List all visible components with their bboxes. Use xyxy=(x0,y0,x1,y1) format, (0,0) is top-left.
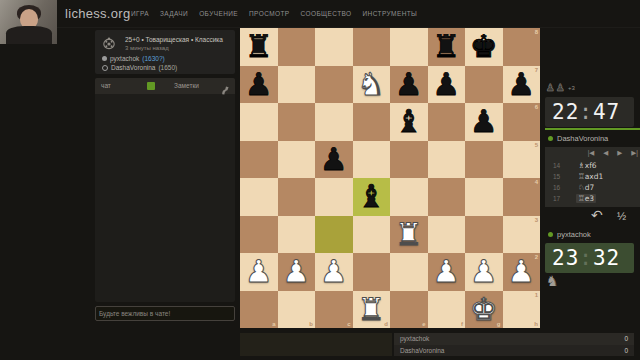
square-d2[interactable] xyxy=(353,253,391,291)
game-info-player: pyxtachok(1630?) xyxy=(102,55,177,62)
menu-item-задачи[interactable]: ЗАДАЧИ xyxy=(160,10,188,17)
square-g5[interactable] xyxy=(465,141,503,179)
square-g7[interactable] xyxy=(465,66,503,104)
board-coord-file: a xyxy=(272,321,275,327)
board-coord-rank: 2 xyxy=(535,254,538,260)
piece-black-pawn: ♟ xyxy=(395,69,423,100)
square-f6[interactable] xyxy=(428,103,466,141)
square-c7[interactable] xyxy=(315,66,353,104)
square-b2[interactable]: ♟ xyxy=(278,253,316,291)
square-b4[interactable] xyxy=(278,178,316,216)
captured-pawn-icon: ♟ xyxy=(546,83,555,93)
captured-knight-icon: ♞ xyxy=(546,273,559,289)
piece-white-pawn: ♟ xyxy=(432,256,460,287)
piece-black-pawn: ♟ xyxy=(245,69,273,100)
square-g8[interactable]: ♚ xyxy=(465,28,503,66)
square-a7[interactable]: ♟ xyxy=(240,66,278,104)
board-coord-file: b xyxy=(309,321,313,327)
clock-colon: : xyxy=(579,246,593,270)
square-f7[interactable]: ♟ xyxy=(428,66,466,104)
board-coord-file: c xyxy=(347,321,350,327)
square-c2[interactable]: ♟ xyxy=(315,253,353,291)
square-g4[interactable] xyxy=(465,178,503,216)
board-coord-rank: 5 xyxy=(535,142,538,148)
clock-top: 22:47 xyxy=(545,97,634,127)
move-row: 16♘d7 xyxy=(545,182,640,193)
captured-pieces-top: ♟♟+3 xyxy=(546,83,575,93)
clock-seconds: 32 xyxy=(593,246,620,270)
square-c6[interactable] xyxy=(315,103,353,141)
square-c5[interactable]: ♟ xyxy=(315,141,353,179)
score-panel-left xyxy=(240,333,392,356)
square-g3[interactable] xyxy=(465,216,503,254)
square-f3[interactable] xyxy=(428,216,466,254)
nav-next-button[interactable]: ▶ xyxy=(617,149,622,157)
lichess-logo[interactable]: lichess.org xyxy=(65,6,130,21)
clock-seconds: 47 xyxy=(593,100,620,124)
webcam-person-torso xyxy=(6,26,52,44)
board-coord-rank: 1 xyxy=(535,292,538,298)
captured-pawn-icon: ♟ xyxy=(556,83,565,93)
score-value: 0 xyxy=(624,347,628,354)
square-h4[interactable]: 4 xyxy=(503,178,541,216)
online-dot xyxy=(548,136,553,141)
move-row: 15♖axd1 xyxy=(545,171,640,182)
board-coord-file: d xyxy=(384,321,388,327)
square-h3[interactable]: 3 xyxy=(503,216,541,254)
move-number: 15 xyxy=(545,173,569,180)
tab-notes[interactable]: Заметки xyxy=(174,82,199,89)
piece-black-pawn: ♟ xyxy=(320,144,348,175)
game-info-box: 25+0 • Товарищеская • Классика 3 минуты … xyxy=(95,30,235,74)
game-time-ago: 3 минуты назад xyxy=(125,45,169,51)
classical-turtle-icon xyxy=(101,37,118,56)
square-b6[interactable] xyxy=(278,103,316,141)
board-coord-rank: 3 xyxy=(535,217,538,223)
chat-toggle[interactable] xyxy=(147,82,155,90)
menu-item-игра[interactable]: ИГРА xyxy=(131,10,149,17)
board-coord-file: g xyxy=(497,321,501,327)
piece-black-pawn: ♟ xyxy=(470,106,498,137)
move-number: 17 xyxy=(545,195,569,202)
board-coord-rank: 6 xyxy=(535,104,538,110)
move-list: 14♗xf615♖axd116♘d717♖e3 xyxy=(545,160,640,204)
piece-black-bishop: ♝ xyxy=(395,106,423,137)
square-d1[interactable]: ♜d xyxy=(353,291,391,329)
clock-bottom: 23:32 xyxy=(545,243,634,273)
square-h1[interactable]: h1 xyxy=(503,291,541,329)
player-name-link[interactable]: pyxtachok xyxy=(110,55,139,62)
square-e5[interactable] xyxy=(390,141,428,179)
player-bottom-name[interactable]: pyxtachok xyxy=(557,230,591,239)
move-list-panel: |◀◀▶▶| 14♗xf615♖axd116♘d717♖e3 xyxy=(545,147,640,207)
move-nav-bar: |◀◀▶▶| xyxy=(545,147,640,159)
square-c4[interactable] xyxy=(315,178,353,216)
score-row: DashaVoronina0 xyxy=(394,345,634,357)
square-b5[interactable] xyxy=(278,141,316,179)
square-c8[interactable] xyxy=(315,28,353,66)
nav-last-button[interactable]: ▶| xyxy=(631,149,638,157)
move-row: 17♖e3 xyxy=(545,193,640,204)
score-player-name[interactable]: pyxtachok xyxy=(400,335,429,342)
menu-item-инструменты[interactable]: ИНСТРУМЕНТЫ xyxy=(363,10,418,17)
game-players-list: pyxtachok(1630?)DashaVoronina(1650) xyxy=(102,55,177,71)
square-b7[interactable] xyxy=(278,66,316,104)
player-top-row: DashaVoronina xyxy=(548,134,608,143)
takeback-button[interactable]: ↶ xyxy=(591,207,603,223)
move-san[interactable]: ♗xf6 xyxy=(576,161,599,170)
wrench-icon[interactable] xyxy=(221,81,230,99)
move-san[interactable]: ♘d7 xyxy=(576,183,596,192)
nav-first-button[interactable]: |◀ xyxy=(588,149,595,157)
chat-input[interactable]: Будьте вежливы в чате! xyxy=(95,306,235,321)
square-h8[interactable]: 8 xyxy=(503,28,541,66)
piece-white-pawn: ♟ xyxy=(282,256,310,287)
piece-black-king: ♚ xyxy=(470,31,498,62)
square-b1[interactable]: b xyxy=(278,291,316,329)
move-row: 14♗xf6 xyxy=(545,160,640,171)
move-san[interactable]: ♖axd1 xyxy=(576,172,605,181)
square-d8[interactable] xyxy=(353,28,391,66)
square-e6[interactable]: ♝ xyxy=(390,103,428,141)
square-b3[interactable] xyxy=(278,216,316,254)
lichess-window: lichess.org ИГРАЗАДАЧИОБУЧЕНИЕПРОСМОТРСО… xyxy=(0,0,640,360)
piece-black-bishop: ♝ xyxy=(357,181,385,212)
square-g1[interactable]: ♚g xyxy=(465,291,503,329)
game-setup-text: 25+0 • Товарищеская • Классика xyxy=(125,36,223,43)
square-c1[interactable]: c xyxy=(315,291,353,329)
game-info-player: DashaVoronina(1650) xyxy=(102,64,177,71)
player-rating: (1630?) xyxy=(142,55,164,62)
square-a8[interactable]: ♜ xyxy=(240,28,278,66)
square-h6[interactable]: 6 xyxy=(503,103,541,141)
webcam-overlay xyxy=(0,0,57,44)
nav-prev-button[interactable]: ◀ xyxy=(603,149,608,157)
piece-white-rook: ♜ xyxy=(357,294,385,325)
square-a5[interactable] xyxy=(240,141,278,179)
board-coord-file: e xyxy=(422,321,425,327)
score-row: pyxtachok0 xyxy=(394,333,634,345)
piece-white-knight: ♞ xyxy=(357,69,385,100)
active-side-indicator xyxy=(545,128,640,130)
clock-minutes: 22 xyxy=(552,100,579,124)
piece-black-pawn: ♟ xyxy=(507,69,535,100)
square-f4[interactable] xyxy=(428,178,466,216)
chat-panel: чат Заметки xyxy=(95,78,235,302)
square-a4[interactable] xyxy=(240,178,278,216)
square-f5[interactable] xyxy=(428,141,466,179)
move-number: 16 xyxy=(545,184,569,191)
piece-black-pawn: ♟ xyxy=(432,69,460,100)
player-rating: (1650) xyxy=(158,64,177,71)
square-e2[interactable] xyxy=(390,253,428,291)
piece-white-pawn: ♟ xyxy=(245,256,273,287)
score-value: 0 xyxy=(624,335,628,342)
outline-circle xyxy=(102,65,108,71)
square-d4[interactable]: ♝ xyxy=(353,178,391,216)
material-advantage: +3 xyxy=(568,85,575,91)
piece-black-rook: ♜ xyxy=(432,31,460,62)
square-c3[interactable] xyxy=(315,216,353,254)
move-san[interactable]: ♖e3 xyxy=(576,194,596,203)
chat-header: чат Заметки xyxy=(95,78,235,94)
player-name-link[interactable]: DashaVoronina xyxy=(111,64,155,71)
board-coord-file: h xyxy=(534,321,538,327)
board-coord-file: f xyxy=(461,321,463,327)
board-coord-rank: 4 xyxy=(535,179,538,185)
piece-white-pawn: ♟ xyxy=(320,256,348,287)
square-e4[interactable] xyxy=(390,178,428,216)
chess-board: ♜♜♚8♟♞♟♟♟7♝♟6♟5♝4♜3♟♟♟♟♟♟2abc♜def♚gh1 xyxy=(240,28,540,328)
menu-item-обучение[interactable]: ОБУЧЕНИЕ xyxy=(199,10,238,17)
filled-circle xyxy=(102,56,107,61)
square-f1[interactable]: f xyxy=(428,291,466,329)
square-d6[interactable] xyxy=(353,103,391,141)
score-player-name[interactable]: DashaVoronina xyxy=(400,347,444,354)
menu-item-просмотр[interactable]: ПРОСМОТР xyxy=(249,10,290,17)
draw-offer-button[interactable]: ½ xyxy=(617,210,626,222)
piece-white-pawn: ♟ xyxy=(470,256,498,287)
square-h2[interactable]: ♟2 xyxy=(503,253,541,291)
square-a3[interactable] xyxy=(240,216,278,254)
square-a2[interactable]: ♟ xyxy=(240,253,278,291)
square-e7[interactable]: ♟ xyxy=(390,66,428,104)
tab-chat[interactable]: чат xyxy=(101,82,111,89)
piece-white-pawn: ♟ xyxy=(507,256,535,287)
square-h5[interactable]: 5 xyxy=(503,141,541,179)
square-d3[interactable] xyxy=(353,216,391,254)
square-d5[interactable] xyxy=(353,141,391,179)
square-e3[interactable]: ♜ xyxy=(390,216,428,254)
square-h7[interactable]: ♟7 xyxy=(503,66,541,104)
square-b8[interactable] xyxy=(278,28,316,66)
square-f2[interactable]: ♟ xyxy=(428,253,466,291)
square-d7[interactable]: ♞ xyxy=(353,66,391,104)
menu-item-сообщество[interactable]: СООБЩЕСТВО xyxy=(301,10,352,17)
square-g6[interactable]: ♟ xyxy=(465,103,503,141)
piece-black-rook: ♜ xyxy=(245,31,273,62)
clock-minutes: 23 xyxy=(552,246,579,270)
main-menu: ИГРАЗАДАЧИОБУЧЕНИЕПРОСМОТРСООБЩЕСТВОИНСТ… xyxy=(131,10,417,17)
square-e1[interactable]: e xyxy=(390,291,428,329)
online-dot xyxy=(548,232,553,237)
score-table: pyxtachok0DashaVoronina0 xyxy=(394,333,634,356)
board-coord-rank: 8 xyxy=(535,29,538,35)
piece-white-king: ♚ xyxy=(470,294,498,325)
square-g2[interactable]: ♟ xyxy=(465,253,503,291)
square-f8[interactable]: ♜ xyxy=(428,28,466,66)
piece-white-rook: ♜ xyxy=(395,219,423,250)
clock-colon: : xyxy=(579,100,593,124)
player-bottom-row: pyxtachok xyxy=(548,230,591,239)
player-top-name[interactable]: DashaVoronina xyxy=(557,134,608,143)
square-a1[interactable]: a xyxy=(240,291,278,329)
square-e8[interactable] xyxy=(390,28,428,66)
square-a6[interactable] xyxy=(240,103,278,141)
move-number: 14 xyxy=(545,162,569,169)
board-coord-rank: 7 xyxy=(535,67,538,73)
